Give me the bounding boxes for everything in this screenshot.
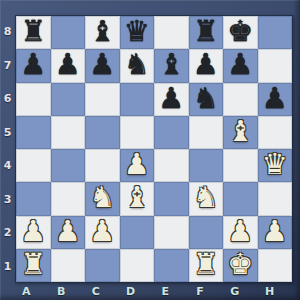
file-label-d: D — [113, 283, 148, 300]
square-a8[interactable]: ♜ — [16, 16, 51, 49]
white-king[interactable]: ♚ — [227, 250, 253, 279]
black-pawn[interactable]: ♟ — [20, 50, 46, 79]
white-pawn[interactable]: ♟ — [55, 217, 81, 246]
white-bishop[interactable]: ♝ — [227, 117, 253, 146]
black-queen[interactable]: ♛ — [124, 17, 150, 46]
square-g1[interactable]: ♚ — [223, 249, 258, 282]
file-label-e: E — [148, 283, 183, 300]
black-pawn[interactable]: ♟ — [262, 84, 288, 113]
square-e6[interactable]: ♟ — [154, 83, 189, 116]
rank-label-2: 2 — [0, 216, 15, 250]
white-pawn[interactable]: ♟ — [262, 217, 288, 246]
square-d7[interactable]: ♞ — [120, 49, 155, 82]
black-bishop[interactable]: ♝ — [89, 17, 115, 46]
square-a2[interactable]: ♟ — [16, 216, 51, 249]
square-f2[interactable] — [189, 216, 224, 249]
rank-label-8: 8 — [0, 15, 15, 49]
square-a5[interactable] — [16, 116, 51, 149]
white-pawn[interactable]: ♟ — [89, 217, 115, 246]
rank-label-7: 7 — [0, 49, 15, 83]
board[interactable]: ♜♝♛♜♚♟♟♟♞♝♟♟♟♞♟♝♟♛♞♝♞♟♟♟♟♟♜♜♚ — [15, 15, 293, 283]
square-g2[interactable]: ♟ — [223, 216, 258, 249]
square-h3[interactable] — [258, 182, 293, 215]
rank-label-6: 6 — [0, 82, 15, 116]
square-f5[interactable] — [189, 116, 224, 149]
square-b1[interactable] — [51, 249, 86, 282]
square-d1[interactable] — [120, 249, 155, 282]
black-king[interactable]: ♚ — [227, 17, 253, 46]
square-b2[interactable]: ♟ — [51, 216, 86, 249]
square-h7[interactable] — [258, 49, 293, 82]
square-g8[interactable]: ♚ — [223, 16, 258, 49]
square-c2[interactable]: ♟ — [85, 216, 120, 249]
square-e2[interactable] — [154, 216, 189, 249]
square-d4[interactable]: ♟ — [120, 149, 155, 182]
white-knight[interactable]: ♞ — [193, 183, 219, 212]
square-c5[interactable] — [85, 116, 120, 149]
square-b5[interactable] — [51, 116, 86, 149]
white-bishop[interactable]: ♝ — [124, 183, 150, 212]
square-e8[interactable] — [154, 16, 189, 49]
square-f3[interactable]: ♞ — [189, 182, 224, 215]
square-h4[interactable]: ♛ — [258, 149, 293, 182]
white-pawn[interactable]: ♟ — [227, 217, 253, 246]
square-h1[interactable] — [258, 249, 293, 282]
square-h8[interactable] — [258, 16, 293, 49]
square-a7[interactable]: ♟ — [16, 49, 51, 82]
black-knight[interactable]: ♞ — [124, 50, 150, 79]
square-b6[interactable] — [51, 83, 86, 116]
square-f6[interactable]: ♞ — [189, 83, 224, 116]
file-label-c: C — [79, 283, 114, 300]
rank-label-1: 1 — [0, 250, 15, 284]
file-label-f: F — [183, 283, 218, 300]
file-label-a: A — [9, 283, 44, 300]
square-d8[interactable]: ♛ — [120, 16, 155, 49]
square-c7[interactable]: ♟ — [85, 49, 120, 82]
square-d5[interactable] — [120, 116, 155, 149]
square-e7[interactable]: ♝ — [154, 49, 189, 82]
file-coordinates: ABCDEFGH — [15, 283, 293, 300]
square-h2[interactable]: ♟ — [258, 216, 293, 249]
white-knight[interactable]: ♞ — [89, 183, 115, 212]
square-g4[interactable] — [223, 149, 258, 182]
square-e3[interactable] — [154, 182, 189, 215]
square-d2[interactable] — [120, 216, 155, 249]
rank-label-5: 5 — [0, 116, 15, 150]
square-g6[interactable] — [223, 83, 258, 116]
square-h5[interactable] — [258, 116, 293, 149]
black-rook[interactable]: ♜ — [20, 17, 46, 46]
black-knight[interactable]: ♞ — [193, 84, 219, 113]
black-pawn[interactable]: ♟ — [193, 50, 219, 79]
square-g7[interactable]: ♟ — [223, 49, 258, 82]
square-c8[interactable]: ♝ — [85, 16, 120, 49]
black-bishop[interactable]: ♝ — [158, 50, 184, 79]
square-e4[interactable] — [154, 149, 189, 182]
rank-label-3: 3 — [0, 183, 15, 217]
square-g3[interactable] — [223, 182, 258, 215]
black-pawn[interactable]: ♟ — [158, 84, 184, 113]
square-c1[interactable] — [85, 249, 120, 282]
square-b4[interactable] — [51, 149, 86, 182]
square-a4[interactable] — [16, 149, 51, 182]
file-label-h: H — [252, 283, 287, 300]
black-pawn[interactable]: ♟ — [89, 50, 115, 79]
square-c6[interactable] — [85, 83, 120, 116]
file-label-b: B — [44, 283, 79, 300]
white-rook[interactable]: ♜ — [20, 250, 46, 279]
square-b3[interactable] — [51, 182, 86, 215]
square-g5[interactable]: ♝ — [223, 116, 258, 149]
square-a3[interactable] — [16, 182, 51, 215]
chess-board-frame: 87654321 ♜♝♛♜♚♟♟♟♞♝♟♟♟♞♟♝♟♛♞♝♞♟♟♟♟♟♜♜♚ A… — [0, 0, 300, 300]
rank-label-4: 4 — [0, 149, 15, 183]
square-a6[interactable] — [16, 83, 51, 116]
square-f7[interactable]: ♟ — [189, 49, 224, 82]
white-pawn[interactable]: ♟ — [20, 217, 46, 246]
square-c3[interactable]: ♞ — [85, 182, 120, 215]
black-pawn[interactable]: ♟ — [227, 50, 253, 79]
square-f4[interactable] — [189, 149, 224, 182]
square-e1[interactable] — [154, 249, 189, 282]
square-a1[interactable]: ♜ — [16, 249, 51, 282]
white-queen[interactable]: ♛ — [262, 150, 288, 179]
square-d3[interactable]: ♝ — [120, 182, 155, 215]
black-pawn[interactable]: ♟ — [55, 50, 81, 79]
square-f8[interactable]: ♜ — [189, 16, 224, 49]
black-rook[interactable]: ♜ — [193, 17, 219, 46]
square-e5[interactable] — [154, 116, 189, 149]
square-d6[interactable] — [120, 83, 155, 116]
white-rook[interactable]: ♜ — [193, 250, 219, 279]
square-f1[interactable]: ♜ — [189, 249, 224, 282]
square-c4[interactable] — [85, 149, 120, 182]
square-b7[interactable]: ♟ — [51, 49, 86, 82]
rank-coordinates: 87654321 — [0, 15, 15, 283]
white-pawn[interactable]: ♟ — [124, 150, 150, 179]
square-h6[interactable]: ♟ — [258, 83, 293, 116]
square-b8[interactable] — [51, 16, 86, 49]
file-label-g: G — [218, 283, 253, 300]
